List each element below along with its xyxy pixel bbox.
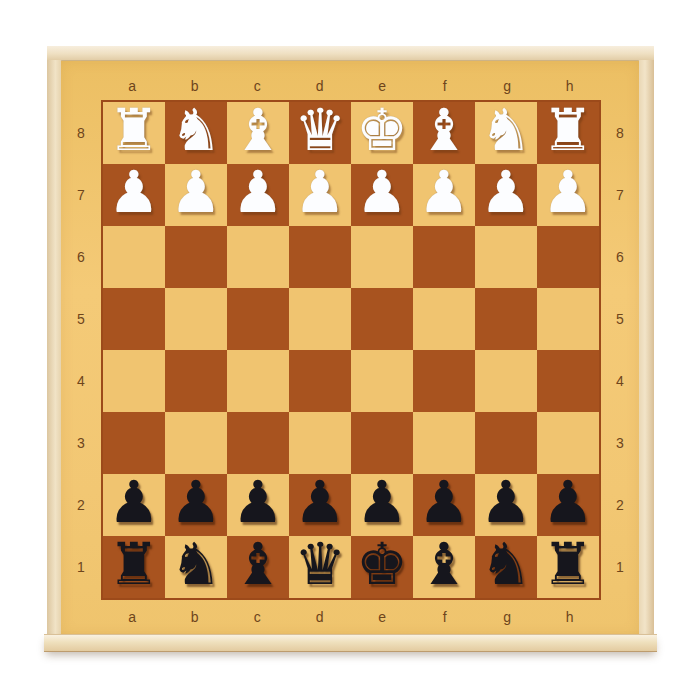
frame-left-rail <box>47 60 62 636</box>
square-g2[interactable]: ♟ <box>475 474 537 536</box>
square-d1[interactable]: ♛ <box>289 536 351 598</box>
square-g7[interactable]: ♟ <box>475 164 537 226</box>
file-label-b: b <box>164 600 227 636</box>
square-d8[interactable]: ♛ <box>289 102 351 164</box>
rank-label-6: 6 <box>601 226 639 288</box>
file-label-e: e <box>351 61 414 100</box>
square-b6[interactable] <box>165 226 227 288</box>
piece-white-pawn[interactable]: ♟ <box>232 161 284 223</box>
piece-black-knight[interactable]: ♞ <box>170 533 222 595</box>
square-c2[interactable]: ♟ <box>227 474 289 536</box>
bottom-ledge-rail <box>44 634 657 652</box>
file-label-f: f <box>414 61 477 100</box>
piece-white-bishop[interactable]: ♝ <box>418 99 470 161</box>
square-c6[interactable] <box>227 226 289 288</box>
square-f3[interactable] <box>413 412 475 474</box>
square-h8[interactable]: ♜ <box>537 102 599 164</box>
piece-white-pawn[interactable]: ♟ <box>418 161 470 223</box>
square-b8[interactable]: ♞ <box>165 102 227 164</box>
file-labels-bottom: abcdefgh <box>101 600 601 636</box>
square-a2[interactable]: ♟ <box>103 474 165 536</box>
square-e4[interactable] <box>351 350 413 412</box>
piece-black-rook[interactable]: ♜ <box>542 533 594 595</box>
square-c4[interactable] <box>227 350 289 412</box>
square-a3[interactable] <box>103 412 165 474</box>
rank-label-4: 4 <box>61 350 101 412</box>
piece-black-pawn[interactable]: ♟ <box>418 471 470 533</box>
square-c8[interactable]: ♝ <box>227 102 289 164</box>
demonstration-chessboard-photo: abcdefgh 87654321 ♜♞♝♛♚♝♞♜♟♟♟♟♟♟♟♟♟♟♟♟♟♟… <box>0 0 700 700</box>
square-b1[interactable]: ♞ <box>165 536 227 598</box>
square-b5[interactable] <box>165 288 227 350</box>
square-f7[interactable]: ♟ <box>413 164 475 226</box>
square-e1[interactable]: ♚ <box>351 536 413 598</box>
rank-label-6: 6 <box>61 226 101 288</box>
rank-label-2: 2 <box>61 474 101 536</box>
rank-label-7: 7 <box>601 164 639 226</box>
piece-black-knight[interactable]: ♞ <box>480 533 532 595</box>
rank-label-4: 4 <box>601 350 639 412</box>
piece-black-pawn[interactable]: ♟ <box>170 471 222 533</box>
file-label-d: d <box>289 600 352 636</box>
file-label-c: c <box>226 61 289 100</box>
rank-label-3: 3 <box>601 412 639 474</box>
piece-black-pawn[interactable]: ♟ <box>294 471 346 533</box>
file-label-e: e <box>351 600 414 636</box>
square-h5[interactable] <box>537 288 599 350</box>
square-b3[interactable] <box>165 412 227 474</box>
piece-black-pawn[interactable]: ♟ <box>480 471 532 533</box>
rank-labels-right: 87654321 <box>601 102 639 598</box>
file-label-h: h <box>539 600 602 636</box>
piece-black-rook[interactable]: ♜ <box>108 533 160 595</box>
square-h6[interactable] <box>537 226 599 288</box>
square-c3[interactable] <box>227 412 289 474</box>
square-e8[interactable]: ♚ <box>351 102 413 164</box>
square-h7[interactable]: ♟ <box>537 164 599 226</box>
file-label-a: a <box>101 600 164 636</box>
frame-right-rail <box>638 60 654 636</box>
piece-white-pawn[interactable]: ♟ <box>480 161 532 223</box>
square-a6[interactable] <box>103 226 165 288</box>
file-labels-top: abcdefgh <box>101 61 601 100</box>
square-d3[interactable] <box>289 412 351 474</box>
board-grid: ♜♞♝♛♚♝♞♜♟♟♟♟♟♟♟♟♟♟♟♟♟♟♟♟♜♞♝♛♚♝♞♜ <box>101 100 601 600</box>
square-f5[interactable] <box>413 288 475 350</box>
square-d2[interactable]: ♟ <box>289 474 351 536</box>
piece-white-pawn[interactable]: ♟ <box>294 161 346 223</box>
square-b2[interactable]: ♟ <box>165 474 227 536</box>
piece-white-knight[interactable]: ♞ <box>170 99 222 161</box>
square-g3[interactable] <box>475 412 537 474</box>
piece-white-bishop[interactable]: ♝ <box>232 99 284 161</box>
frame-top-rail <box>47 46 654 61</box>
piece-white-pawn[interactable]: ♟ <box>170 161 222 223</box>
square-d4[interactable] <box>289 350 351 412</box>
file-label-a: a <box>101 61 164 100</box>
square-f1[interactable]: ♝ <box>413 536 475 598</box>
piece-white-pawn[interactable]: ♟ <box>108 161 160 223</box>
file-label-h: h <box>539 61 602 100</box>
square-e3[interactable] <box>351 412 413 474</box>
piece-white-rook[interactable]: ♜ <box>108 99 160 161</box>
square-f8[interactable]: ♝ <box>413 102 475 164</box>
square-d6[interactable] <box>289 226 351 288</box>
rank-label-8: 8 <box>601 102 639 164</box>
rank-label-5: 5 <box>61 288 101 350</box>
piece-white-knight[interactable]: ♞ <box>480 99 532 161</box>
rank-label-7: 7 <box>61 164 101 226</box>
square-e7[interactable]: ♟ <box>351 164 413 226</box>
rank-label-1: 1 <box>61 536 101 598</box>
square-a5[interactable] <box>103 288 165 350</box>
square-e6[interactable] <box>351 226 413 288</box>
rank-label-1: 1 <box>601 536 639 598</box>
file-label-b: b <box>164 61 227 100</box>
piece-white-pawn[interactable]: ♟ <box>356 161 408 223</box>
square-c7[interactable]: ♟ <box>227 164 289 226</box>
piece-black-pawn[interactable]: ♟ <box>356 471 408 533</box>
square-c1[interactable]: ♝ <box>227 536 289 598</box>
square-h4[interactable] <box>537 350 599 412</box>
file-label-g: g <box>476 600 539 636</box>
square-e2[interactable]: ♟ <box>351 474 413 536</box>
square-d7[interactable]: ♟ <box>289 164 351 226</box>
square-h2[interactable]: ♟ <box>537 474 599 536</box>
square-h1[interactable]: ♜ <box>537 536 599 598</box>
wooden-wall-frame: abcdefgh 87654321 ♜♞♝♛♚♝♞♜♟♟♟♟♟♟♟♟♟♟♟♟♟♟… <box>47 46 654 652</box>
rank-label-3: 3 <box>61 412 101 474</box>
piece-white-queen[interactable]: ♛ <box>294 99 346 161</box>
rank-labels-left: 87654321 <box>61 102 101 598</box>
piece-white-king[interactable]: ♚ <box>356 99 408 161</box>
square-g1[interactable]: ♞ <box>475 536 537 598</box>
file-label-c: c <box>226 600 289 636</box>
piece-white-pawn[interactable]: ♟ <box>542 161 594 223</box>
file-label-d: d <box>289 61 352 100</box>
piece-black-pawn[interactable]: ♟ <box>232 471 284 533</box>
piece-white-rook[interactable]: ♜ <box>542 99 594 161</box>
square-f6[interactable] <box>413 226 475 288</box>
square-e5[interactable] <box>351 288 413 350</box>
piece-black-bishop[interactable]: ♝ <box>232 533 284 595</box>
square-d5[interactable] <box>289 288 351 350</box>
square-b7[interactable]: ♟ <box>165 164 227 226</box>
square-a8[interactable]: ♜ <box>103 102 165 164</box>
file-label-f: f <box>414 600 477 636</box>
square-b4[interactable] <box>165 350 227 412</box>
rank-label-5: 5 <box>601 288 639 350</box>
square-a4[interactable] <box>103 350 165 412</box>
square-c5[interactable] <box>227 288 289 350</box>
rank-label-8: 8 <box>61 102 101 164</box>
piece-black-pawn[interactable]: ♟ <box>108 471 160 533</box>
square-f4[interactable] <box>413 350 475 412</box>
piece-black-pawn[interactable]: ♟ <box>542 471 594 533</box>
piece-black-bishop[interactable]: ♝ <box>418 533 470 595</box>
piece-black-queen[interactable]: ♛ <box>294 533 346 595</box>
file-label-g: g <box>476 61 539 100</box>
square-g4[interactable] <box>475 350 537 412</box>
square-a7[interactable]: ♟ <box>103 164 165 226</box>
square-f2[interactable]: ♟ <box>413 474 475 536</box>
square-a1[interactable]: ♜ <box>103 536 165 598</box>
piece-black-king[interactable]: ♚ <box>356 533 408 595</box>
square-g5[interactable] <box>475 288 537 350</box>
square-h3[interactable] <box>537 412 599 474</box>
board-face: abcdefgh 87654321 ♜♞♝♛♚♝♞♜♟♟♟♟♟♟♟♟♟♟♟♟♟♟… <box>61 61 639 636</box>
square-g6[interactable] <box>475 226 537 288</box>
square-g8[interactable]: ♞ <box>475 102 537 164</box>
rank-label-2: 2 <box>601 474 639 536</box>
